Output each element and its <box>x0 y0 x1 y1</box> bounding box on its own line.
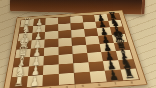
coordinate-label: 8 <box>123 79 141 85</box>
coordinate-label: 4 <box>58 84 74 88</box>
coordinate-label: 6 <box>91 82 108 88</box>
photo-scene: ♜♟♟♜♞♟♟♞♝♟♟♝♚♟♟♚♛♟♟♛♝♟♟♝♞♟♟♞♜♟♟♜ 1234567… <box>0 0 156 88</box>
board-grid: ♜♟♟♜♞♟♟♞♝♟♟♝♚♟♟♚♛♟♟♛♝♟♟♝♞♟♟♞♜♟♟♜ <box>10 13 139 88</box>
coordinate-label: 1 <box>9 87 26 88</box>
coordinate-label: 7 <box>107 80 124 87</box>
coordinate-label: 3 <box>42 85 58 88</box>
chess-piece-white-rook[interactable]: ♜ <box>10 70 28 88</box>
chessboard: ♜♟♟♜♞♟♟♞♝♟♟♝♚♟♟♚♛♟♟♛♝♟♟♝♞♟♟♞♜♟♟♜ 1234567… <box>2 10 148 88</box>
coordinate-label: 5 <box>75 83 92 88</box>
coordinate-label: 2 <box>26 86 43 88</box>
board-frame: ♜♟♟♜♞♟♟♞♝♟♟♝♚♟♟♚♛♟♟♛♝♟♟♝♞♟♟♞♜♟♟♜ 1234567… <box>2 10 148 88</box>
